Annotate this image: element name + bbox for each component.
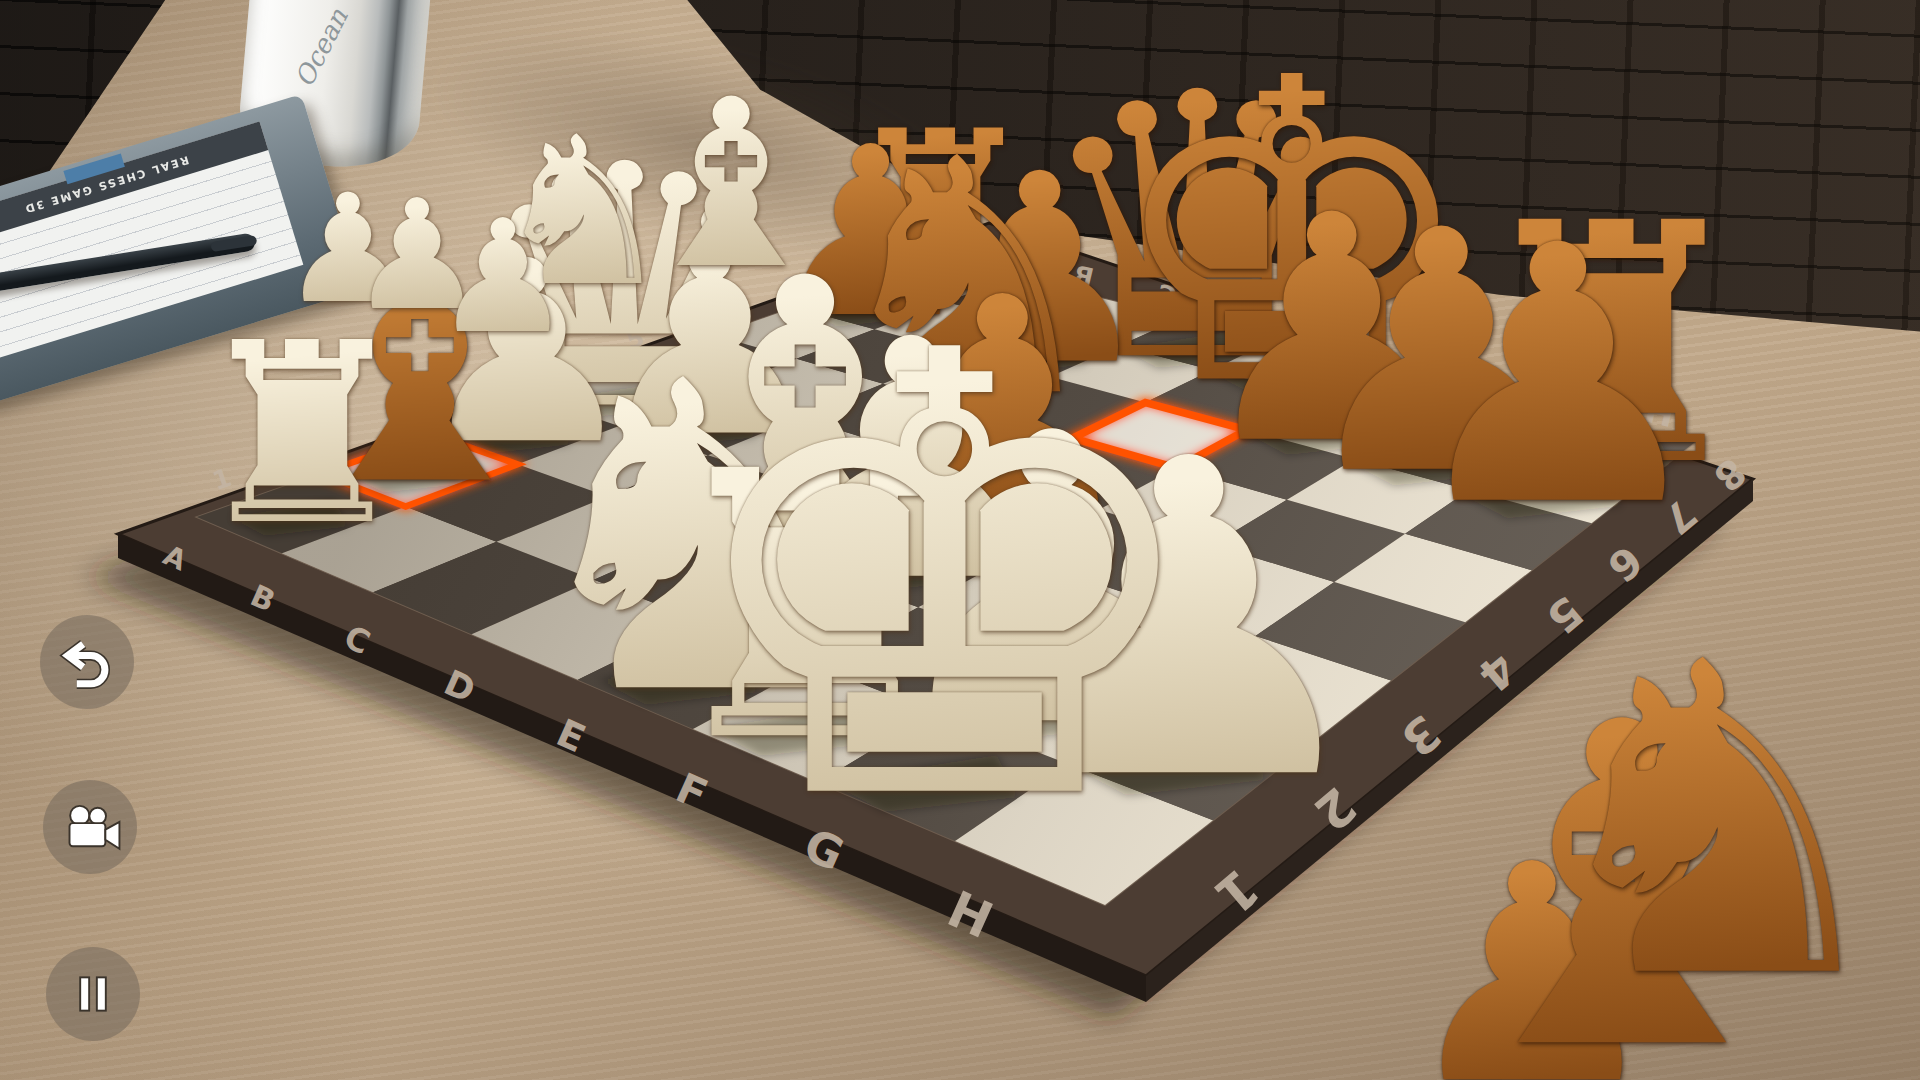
pause-bars-icon xyxy=(61,962,125,1026)
piece-brown-pawn-h7[interactable]: ♟ xyxy=(1399,200,1717,555)
captured-white-bishop: ♝ xyxy=(627,69,835,301)
camera-button[interactable] xyxy=(43,780,137,874)
undo-button[interactable] xyxy=(40,615,134,709)
screenshot-root: { "game": { "title": "3D chess game", "t… xyxy=(0,0,1920,1080)
captured-brown-knight: ♞ xyxy=(1523,607,1909,1037)
pause-button[interactable] xyxy=(46,947,140,1041)
piece-white-rook-a1[interactable]: ♜ xyxy=(190,311,414,560)
piece-white-king-g1[interactable]: ♚ xyxy=(671,276,1218,886)
undo-arrow-icon xyxy=(55,630,119,694)
video-camera-icon xyxy=(58,795,122,859)
